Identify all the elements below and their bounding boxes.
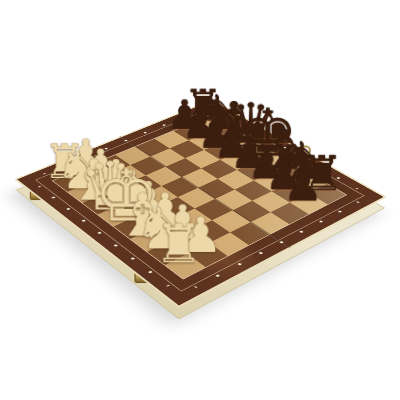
white-rook-glyph: ♜ xyxy=(134,219,224,270)
chess-board: ♜♞♝♛♚♝♞♜♟♟♟♟♟♟♟♟♟♟♟♟♟♟♟♟♜♞♝♛♚♝♞♜ xyxy=(14,99,386,307)
black-pawn-glyph: ♟ xyxy=(262,164,344,207)
brass-latch-icon xyxy=(134,272,149,283)
product-photo-scene: ♜♞♝♛♚♝♞♜♟♟♟♟♟♟♟♟♟♟♟♟♟♟♟♟♜♞♝♛♚♝♞♜ xyxy=(0,0,400,400)
